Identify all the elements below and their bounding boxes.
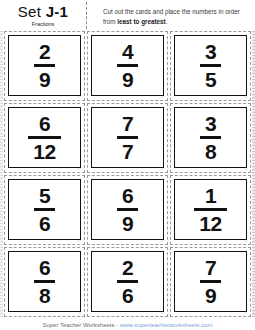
fraction: 2 6 — [117, 257, 138, 306]
fraction-numerator: 7 — [200, 257, 221, 278]
page-right-cut-edge — [252, 31, 255, 317]
card-cell: 6 8 ✄ — [4, 247, 85, 317]
fraction-bar — [200, 64, 221, 67]
fraction-bar — [34, 64, 55, 67]
fraction-denominator: 8 — [34, 285, 55, 306]
scissors-icon: ✄ — [244, 311, 248, 316]
card-cell: 7 7 ✄ — [87, 103, 168, 173]
footer-credit: Super Teacher Worksheets - www.superteac… — [0, 322, 255, 328]
card-cell: 2 6 ✄ — [87, 247, 168, 317]
card-cell: 3 8 ✄ — [170, 103, 251, 173]
scissors-icon: ✄ — [78, 311, 82, 316]
fraction-denominator: 9 — [200, 285, 221, 306]
fraction-bar — [34, 280, 55, 283]
instructions-suffix: . — [166, 18, 168, 25]
scissors-icon: ✄ — [244, 167, 248, 172]
fraction-denominator: 9 — [34, 69, 55, 90]
page-left-cut-edge — [0, 31, 3, 317]
scissors-icon: ✄ — [244, 239, 248, 244]
fraction-card: 6 8 — [8, 251, 81, 312]
footer-url[interactable]: www.superteacherworksheets.com — [120, 322, 213, 328]
fraction-denominator: 9 — [117, 69, 138, 90]
scissors-icon: ✄ — [244, 95, 248, 100]
fraction-card: 3 8 — [174, 107, 247, 168]
page-subtitle: Fractions — [0, 21, 86, 27]
footer-brand: Super Teacher Worksheets — [42, 322, 114, 328]
fraction-bar — [194, 208, 226, 211]
fraction: 2 9 — [34, 41, 55, 90]
scissors-icon: ✄ — [78, 167, 82, 172]
fraction-card: 6 9 — [91, 179, 164, 240]
fraction-card-grid: 2 9 ✄ 4 9 ✄ 3 5 — [4, 31, 251, 317]
card-cell: 2 9 ✄ — [4, 31, 85, 101]
fraction-card: 7 9 — [174, 251, 247, 312]
scissors-icon: ✄ — [161, 239, 165, 244]
fraction: 1 12 — [194, 185, 226, 234]
fraction-card: 1 12 — [174, 179, 247, 240]
fraction: 7 9 — [200, 257, 221, 306]
page-title: Set J-1 — [0, 4, 86, 21]
card-cell: 7 9 ✄ — [170, 247, 251, 317]
fraction-denominator: 6 — [117, 285, 138, 306]
fraction-numerator: 6 — [34, 113, 55, 134]
fraction-numerator: 3 — [200, 113, 221, 134]
scissors-icon: ✄ — [78, 95, 82, 100]
fraction-numerator: 2 — [34, 41, 55, 62]
fraction-numerator: 6 — [117, 185, 138, 206]
fraction-numerator: 4 — [117, 41, 138, 62]
title-block: Set J-1 Fractions — [0, 0, 86, 27]
fraction-card: 2 6 — [91, 251, 164, 312]
fraction-card: 6 12 — [8, 107, 81, 168]
fraction-bar — [200, 136, 221, 139]
worksheet-header: Set J-1 Fractions Cut out the cards and … — [0, 0, 255, 30]
fraction: 3 8 — [200, 113, 221, 162]
worksheet-page: Set J-1 Fractions Cut out the cards and … — [0, 0, 255, 330]
scissors-icon: ✄ — [161, 311, 165, 316]
fraction: 6 12 — [28, 113, 60, 162]
card-cell: 6 9 ✄ — [87, 175, 168, 245]
fraction-numerator: 6 — [34, 257, 55, 278]
fraction: 3 5 — [200, 41, 221, 90]
fraction-denominator: 7 — [117, 141, 138, 162]
instructions-text: Cut out the cards and place the numbers … — [87, 0, 255, 27]
set-label: Set — [18, 3, 41, 20]
card-cell: 1 12 ✄ — [170, 175, 251, 245]
fraction: 6 8 — [34, 257, 55, 306]
fraction-card: 4 9 — [91, 35, 164, 96]
fraction-numerator: 5 — [34, 185, 55, 206]
fraction-bar — [117, 64, 138, 67]
set-id: J-1 — [46, 3, 69, 20]
card-cell: 4 9 ✄ — [87, 31, 168, 101]
fraction: 6 9 — [117, 185, 138, 234]
scissors-icon: ✄ — [161, 167, 165, 172]
fraction-bar — [28, 136, 60, 139]
fraction-denominator: 12 — [28, 141, 60, 162]
fraction-denominator: 12 — [194, 213, 226, 234]
fraction: 4 9 — [117, 41, 138, 90]
fraction-bar — [34, 208, 55, 211]
fraction: 7 7 — [117, 113, 138, 162]
card-cell: 3 5 ✄ — [170, 31, 251, 101]
fraction-numerator: 1 — [200, 185, 221, 206]
card-cell: 6 12 ✄ — [4, 103, 85, 173]
fraction-bar — [117, 136, 138, 139]
instructions-bold: least to greatest — [117, 18, 165, 25]
fraction-card: 3 5 — [174, 35, 247, 96]
fraction-bar — [117, 280, 138, 283]
fraction-denominator: 5 — [200, 69, 221, 90]
card-cell: 5 6 ✄ — [4, 175, 85, 245]
fraction-card: 7 7 — [91, 107, 164, 168]
fraction-denominator: 6 — [34, 213, 55, 234]
fraction-denominator: 8 — [200, 141, 221, 162]
scissors-icon: ✄ — [161, 95, 165, 100]
fraction-numerator: 2 — [117, 257, 138, 278]
fraction-numerator: 3 — [200, 41, 221, 62]
fraction-denominator: 9 — [117, 213, 138, 234]
fraction-card: 2 9 — [8, 35, 81, 96]
fraction-bar — [117, 208, 138, 211]
fraction-card: 5 6 — [8, 179, 81, 240]
fraction-numerator: 7 — [117, 113, 138, 134]
fraction: 5 6 — [34, 185, 55, 234]
scissors-icon: ✄ — [78, 239, 82, 244]
fraction-bar — [200, 280, 221, 283]
